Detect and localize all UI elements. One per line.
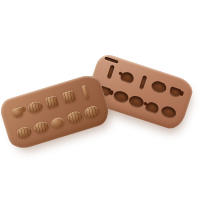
mold-cavity-egg — [160, 105, 178, 120]
cup-handle — [179, 90, 184, 96]
teapot-spout — [118, 71, 123, 76]
chocolate-piece-egg — [16, 125, 34, 140]
mold-cavity-teapot — [145, 100, 160, 114]
mold-cavity-cup — [169, 86, 182, 98]
teapot-spout — [144, 101, 149, 106]
mold-cavity-teapot — [120, 70, 135, 84]
chocolate-piece-cup — [12, 106, 25, 118]
chocolate-piece-egg — [26, 100, 44, 115]
chocolate-piece-egg — [66, 109, 84, 124]
product-photo — [0, 0, 200, 200]
chocolate-grid — [7, 79, 103, 145]
chocolate-piece-egg — [83, 104, 101, 119]
mold-cavity-bar — [107, 64, 115, 79]
mold-cavity-bar — [139, 75, 147, 90]
chocolate-piece-square — [61, 90, 76, 104]
chocolate-piece-oval — [50, 115, 65, 128]
filled-mold-front — [0, 72, 112, 152]
chocolate-piece-egg — [32, 120, 50, 135]
chocolate-piece-square — [45, 95, 60, 109]
chocolate-piece-bar — [82, 84, 90, 99]
